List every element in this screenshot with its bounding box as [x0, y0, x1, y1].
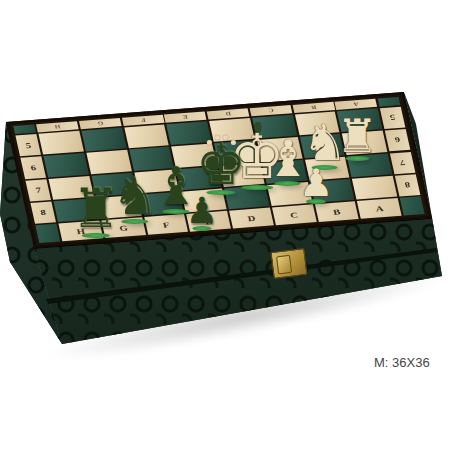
board-square [352, 176, 397, 200]
board-square [43, 153, 88, 177]
rank-label: 7 [390, 151, 416, 174]
king-finial [254, 122, 261, 131]
board-square [81, 128, 126, 152]
file-label: D [229, 208, 274, 229]
felt-base [82, 233, 110, 238]
felt-base [306, 199, 326, 204]
rank-label: 5 [15, 134, 41, 157]
rank-label: 8 [30, 201, 56, 224]
product-photo: HGFEDCBA55667788HGFEDCBA ♜♞♝♟♚♚♝♟♞♜ M: 3… [0, 0, 450, 450]
rank-label: 5 [380, 107, 406, 130]
rank-label: 6 [20, 156, 46, 179]
chess-piece-green-king: ♚ [196, 137, 246, 193]
brass-clasp-icon [270, 248, 307, 279]
rank-label: 7 [25, 179, 51, 202]
margin-corner [378, 97, 401, 107]
felt-base [345, 156, 369, 161]
file-label: C [272, 204, 317, 225]
green-rook-glyph: ♜ [72, 182, 120, 236]
chess-piece-green-pawn: ♟ [186, 193, 218, 229]
felt-base [193, 226, 212, 231]
green-king-glyph: ♚ [196, 137, 246, 193]
white-pawn-glyph: ♟ [299, 164, 333, 202]
file-label: A [357, 198, 402, 219]
margin-corner [400, 196, 425, 215]
rank-label: 6 [385, 129, 411, 152]
board-square [38, 131, 83, 155]
board-square [124, 124, 169, 148]
clasp-hook [276, 255, 292, 275]
margin-corner [35, 224, 60, 243]
chess-piece-white-pawn: ♟ [299, 164, 333, 202]
margin-corner [13, 124, 36, 134]
felt-base [122, 219, 149, 224]
green-pawn-glyph: ♟ [186, 193, 218, 229]
size-caption: M: 36X36 [374, 355, 430, 370]
rank-label: 8 [395, 174, 421, 197]
chess-piece-green-rook: ♜ [72, 182, 120, 236]
